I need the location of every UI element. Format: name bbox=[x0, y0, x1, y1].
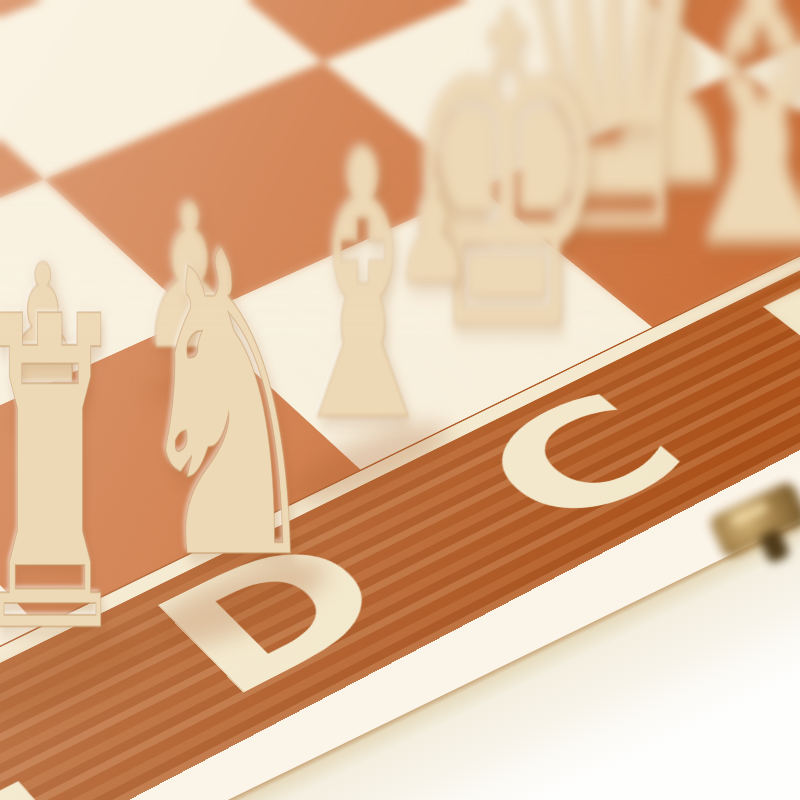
chess-set-photo: HGFEDCBA ♝♟♛♟♚♟♝♟♞♟♜ bbox=[0, 0, 800, 800]
knight-g1: ♞ bbox=[130, 198, 326, 618]
rook-h1: ♜ bbox=[0, 262, 131, 692]
